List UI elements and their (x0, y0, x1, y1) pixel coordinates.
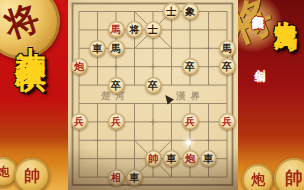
piece-車-black[interactable]: 車 (126, 169, 143, 186)
piece-馬-red[interactable]: 馬 (108, 21, 125, 38)
piece-炮-red[interactable]: 炮 (71, 58, 88, 75)
piece-卒-black[interactable]: 卒 (108, 77, 125, 94)
left-banner: 将 大神象棋 炮 帥 (0, 0, 68, 190)
piece-馬-black[interactable]: 馬 (219, 40, 236, 57)
piece-士-black[interactable]: 士 (163, 3, 180, 20)
piece-車-black[interactable]: 車 (200, 150, 217, 167)
piece-兵-red[interactable]: 兵 (219, 113, 236, 130)
right-banner: 将 象棋大师 创编 中炮对屏风马 炮 帥 (238, 0, 304, 190)
deco-cannon-piece-right: 炮 (242, 164, 274, 190)
xiangqi-board[interactable]: 楚河 漢界 士象馬将士車馬馬炮卒卒卒卒兵兵兵兵帥車炮車相車 (68, 0, 238, 190)
piece-卒-black[interactable]: 卒 (145, 77, 162, 94)
piece-卒-black[interactable]: 卒 (219, 58, 236, 75)
deco-marshal-piece: 帥 (14, 158, 50, 190)
piece-士-black[interactable]: 士 (145, 21, 162, 38)
piece-象-black[interactable]: 象 (182, 3, 199, 20)
piece-炮-red[interactable]: 炮 (182, 150, 199, 167)
subtitle-master: 象棋大师 (249, 5, 266, 9)
piece-兵-red[interactable]: 兵 (108, 113, 125, 130)
subtitle-author: 创编 (252, 60, 267, 64)
piece-将-black[interactable]: 将 (126, 21, 143, 38)
right-title: 中炮对屏风马 (271, 2, 302, 14)
move-indicator-dot (186, 140, 191, 145)
piece-車-black[interactable]: 車 (163, 150, 180, 167)
piece-馬-black[interactable]: 馬 (108, 40, 125, 57)
deco-marshal-piece-right: 帥 (274, 158, 304, 190)
thumbnail: 将 大神象棋 炮 帥 楚河 漢界 士象馬将士車馬馬炮卒卒卒卒兵兵兵兵帥車炮車相車… (0, 0, 304, 190)
piece-兵-red[interactable]: 兵 (71, 113, 88, 130)
piece-兵-red[interactable]: 兵 (182, 113, 199, 130)
piece-卒-black[interactable]: 卒 (182, 58, 199, 75)
piece-grid: 士象馬将士車馬馬炮卒卒卒卒兵兵兵兵帥車炮車相車 (70, 2, 237, 186)
piece-車-black[interactable]: 車 (89, 40, 106, 57)
piece-相-red[interactable]: 相 (108, 169, 125, 186)
piece-帥-red[interactable]: 帥 (145, 150, 162, 167)
